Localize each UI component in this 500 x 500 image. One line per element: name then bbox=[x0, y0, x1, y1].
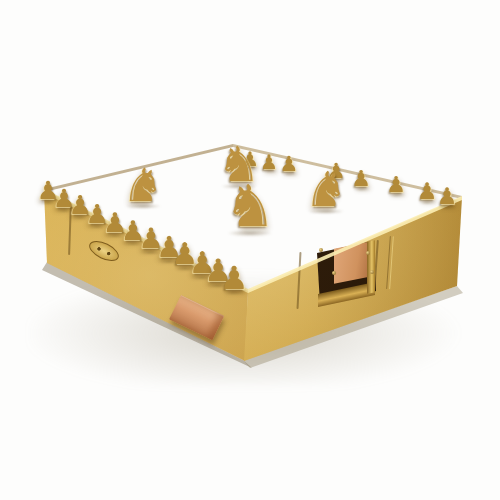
pieces-layer: ♟♟♟♟♞♟♟♟♟♞♟♞♟♟♟♞♟♟♟♟♟♟♟♟ bbox=[0, 0, 500, 500]
game-piece-large-animal: ♞ bbox=[224, 177, 276, 235]
game-piece-small-animal: ♟ bbox=[351, 168, 371, 190]
game-piece-small-animal: ♟ bbox=[417, 180, 438, 203]
game-piece-small-animal: ♟ bbox=[260, 152, 278, 172]
game-piece-large-animal: ♞ bbox=[304, 165, 347, 213]
game-piece-large-animal: ♞ bbox=[122, 162, 163, 208]
game-piece-small-animal: ♟ bbox=[386, 174, 406, 196]
game-piece-small-animal: ♟ bbox=[280, 154, 299, 175]
game-piece-small-animal: ♟ bbox=[220, 262, 249, 294]
photo-canvas: ♟♟♟♟♞♟♟♟♟♞♟♞♟♟♟♞♟♟♟♟♟♟♟♟ bbox=[0, 0, 500, 500]
game-piece-small-animal: ♟ bbox=[437, 185, 458, 208]
